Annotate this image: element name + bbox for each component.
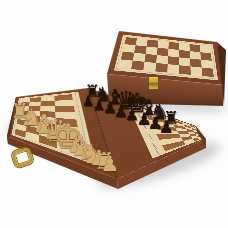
- chess-piece-white-pawn: ♟: [101, 154, 120, 175]
- box-brass-clasp: [148, 76, 159, 90]
- product-photo: ♜♞♝♛♚♝♞♜♟♟♟♟♟♟♟♟♜♞♝♛♚♝♞♜♟♟♟♟♟♟♟♟: [0, 0, 228, 228]
- chess-piece-black-pawn: ♟: [158, 119, 173, 136]
